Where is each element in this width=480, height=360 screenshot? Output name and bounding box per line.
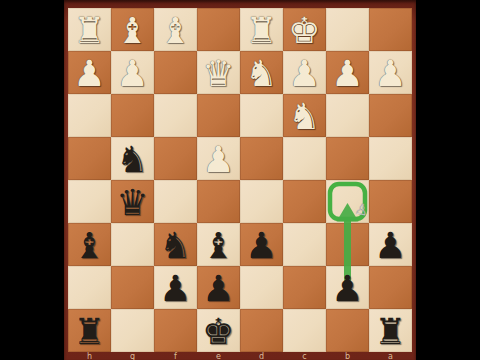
piece-black-bishop[interactable]: ♝: [197, 223, 240, 266]
square-h7[interactable]: [68, 266, 111, 309]
piece-white-bishop[interactable]: ♝: [111, 8, 154, 51]
square-h4[interactable]: [68, 137, 111, 180]
square-c7[interactable]: [283, 266, 326, 309]
square-e2[interactable]: ♛: [197, 51, 240, 94]
square-e7[interactable]: ♟: [197, 266, 240, 309]
square-b6[interactable]: [326, 223, 369, 266]
square-f1[interactable]: ♝: [154, 8, 197, 51]
square-c5[interactable]: [283, 180, 326, 223]
square-c3[interactable]: ♞: [283, 94, 326, 137]
piece-white-king[interactable]: ♚: [283, 8, 326, 51]
square-g8[interactable]: [111, 309, 154, 352]
square-b2[interactable]: ♟: [326, 51, 369, 94]
square-f5[interactable]: [154, 180, 197, 223]
piece-white-knight[interactable]: ♞: [283, 94, 326, 137]
board-frame: ♜♝♝♜♚♟♟♛♞♟♟♟♞♞♟♛♝♞♝♟♟♟♟♟♜♚♜ ♙ hgfedcba: [64, 0, 416, 360]
square-h8[interactable]: ♜: [68, 309, 111, 352]
square-a8[interactable]: ♜: [369, 309, 412, 352]
square-f4[interactable]: [154, 137, 197, 180]
piece-black-pawn[interactable]: ♟: [240, 223, 283, 266]
square-g1[interactable]: ♝: [111, 8, 154, 51]
square-f3[interactable]: [154, 94, 197, 137]
piece-white-queen[interactable]: ♛: [197, 51, 240, 94]
square-g6[interactable]: [111, 223, 154, 266]
square-h6[interactable]: ♝: [68, 223, 111, 266]
file-label-b: b: [326, 352, 369, 360]
square-d3[interactable]: [240, 94, 283, 137]
square-h2[interactable]: ♟: [68, 51, 111, 94]
piece-black-bishop[interactable]: ♝: [68, 223, 111, 266]
square-f2[interactable]: [154, 51, 197, 94]
square-e5[interactable]: [197, 180, 240, 223]
piece-white-pawn[interactable]: ♟: [111, 51, 154, 94]
square-b8[interactable]: [326, 309, 369, 352]
piece-white-pawn[interactable]: ♟: [283, 51, 326, 94]
right-black-bar: [416, 0, 480, 360]
file-label-g: g: [111, 352, 154, 360]
square-d8[interactable]: [240, 309, 283, 352]
square-e4[interactable]: ♟: [197, 137, 240, 180]
square-a7[interactable]: [369, 266, 412, 309]
square-f7[interactable]: ♟: [154, 266, 197, 309]
video-frame: ♜♝♝♜♚♟♟♛♞♟♟♟♞♞♟♛♝♞♝♟♟♟♟♟♜♚♜ ♙ hgfedcba: [0, 0, 480, 360]
piece-white-pawn[interactable]: ♟: [68, 51, 111, 94]
square-b3[interactable]: [326, 94, 369, 137]
chess-board: ♜♝♝♜♚♟♟♛♞♟♟♟♞♞♟♛♝♞♝♟♟♟♟♟♜♚♜: [68, 8, 412, 352]
file-label-f: f: [154, 352, 197, 360]
square-g2[interactable]: ♟: [111, 51, 154, 94]
square-d2[interactable]: ♞: [240, 51, 283, 94]
piece-black-king[interactable]: ♚: [197, 309, 240, 352]
piece-black-pawn[interactable]: ♟: [197, 266, 240, 309]
square-g5[interactable]: ♛: [111, 180, 154, 223]
square-c4[interactable]: [283, 137, 326, 180]
piece-black-pawn[interactable]: ♟: [326, 266, 369, 309]
square-g4[interactable]: ♞: [111, 137, 154, 180]
square-a6[interactable]: ♟: [369, 223, 412, 266]
piece-white-pawn[interactable]: ♟: [197, 137, 240, 180]
file-label-d: d: [240, 352, 283, 360]
square-a5[interactable]: [369, 180, 412, 223]
square-h1[interactable]: ♜: [68, 8, 111, 51]
square-g3[interactable]: [111, 94, 154, 137]
square-d4[interactable]: [240, 137, 283, 180]
piece-white-bishop[interactable]: ♝: [154, 8, 197, 51]
square-h5[interactable]: [68, 180, 111, 223]
square-a1[interactable]: [369, 8, 412, 51]
square-e8[interactable]: ♚: [197, 309, 240, 352]
square-a4[interactable]: [369, 137, 412, 180]
file-coordinate-labels: hgfedcba: [68, 352, 412, 360]
square-b5[interactable]: [326, 180, 369, 223]
file-label-e: e: [197, 352, 240, 360]
square-h3[interactable]: [68, 94, 111, 137]
square-f6[interactable]: ♞: [154, 223, 197, 266]
square-d7[interactable]: [240, 266, 283, 309]
square-c1[interactable]: ♚: [283, 8, 326, 51]
square-a2[interactable]: ♟: [369, 51, 412, 94]
square-d6[interactable]: ♟: [240, 223, 283, 266]
piece-black-rook[interactable]: ♜: [369, 309, 412, 352]
square-c6[interactable]: [283, 223, 326, 266]
square-d5[interactable]: [240, 180, 283, 223]
piece-black-knight[interactable]: ♞: [111, 137, 154, 180]
square-g7[interactable]: [111, 266, 154, 309]
square-b4[interactable]: [326, 137, 369, 180]
piece-white-knight[interactable]: ♞: [240, 51, 283, 94]
square-b7[interactable]: ♟: [326, 266, 369, 309]
piece-black-knight[interactable]: ♞: [154, 223, 197, 266]
piece-white-pawn[interactable]: ♟: [369, 51, 412, 94]
square-a3[interactable]: [369, 94, 412, 137]
square-e1[interactable]: [197, 8, 240, 51]
piece-black-pawn[interactable]: ♟: [154, 266, 197, 309]
piece-black-pawn[interactable]: ♟: [369, 223, 412, 266]
square-c2[interactable]: ♟: [283, 51, 326, 94]
square-e6[interactable]: ♝: [197, 223, 240, 266]
square-d1[interactable]: ♜: [240, 8, 283, 51]
piece-white-rook[interactable]: ♜: [68, 8, 111, 51]
file-label-a: a: [369, 352, 412, 360]
square-f8[interactable]: [154, 309, 197, 352]
piece-white-pawn[interactable]: ♟: [326, 51, 369, 94]
file-label-h: h: [68, 352, 111, 360]
piece-black-rook[interactable]: ♜: [68, 309, 111, 352]
piece-white-rook[interactable]: ♜: [240, 8, 283, 51]
left-black-bar: [0, 0, 64, 360]
file-label-c: c: [283, 352, 326, 360]
piece-black-queen[interactable]: ♛: [111, 180, 154, 223]
square-c8[interactable]: [283, 309, 326, 352]
square-b1[interactable]: [326, 8, 369, 51]
square-e3[interactable]: [197, 94, 240, 137]
